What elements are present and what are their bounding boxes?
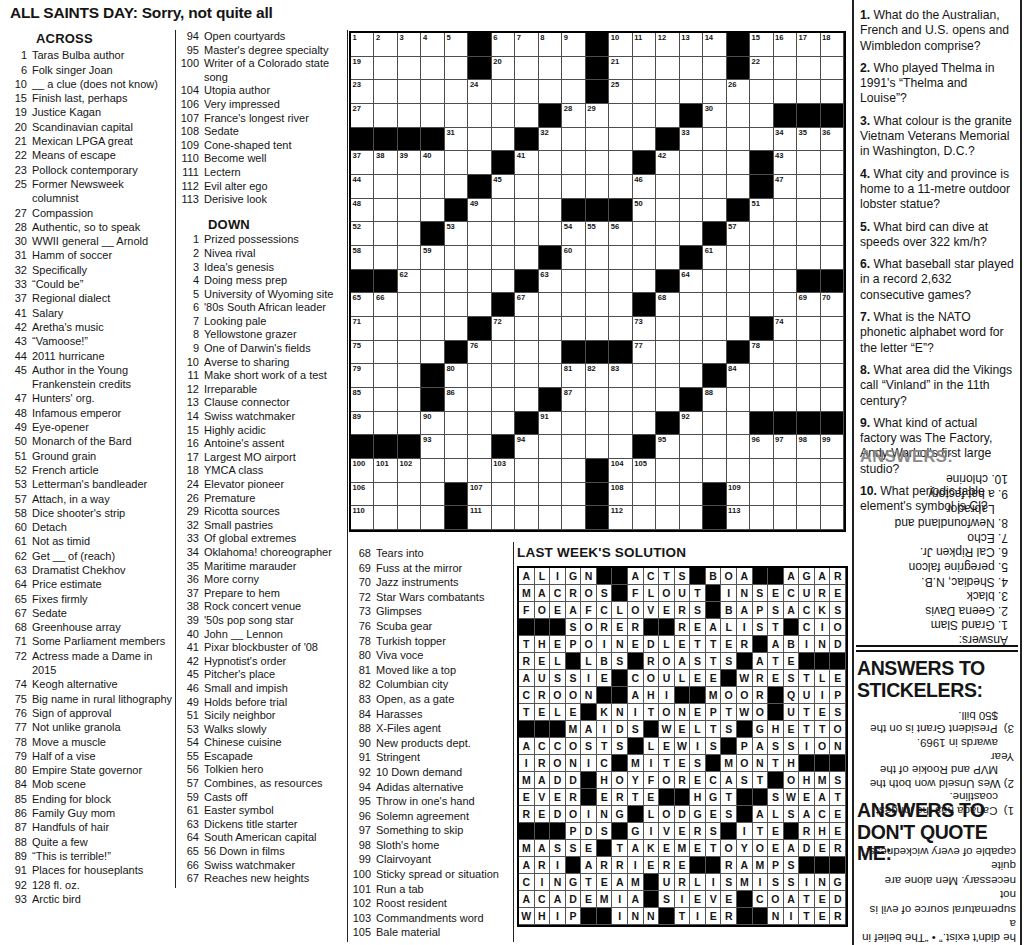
cell-r2c13[interactable] xyxy=(633,57,656,81)
cell-r4c11[interactable]: 29 xyxy=(586,104,609,128)
cell-r20c2[interactable] xyxy=(374,483,397,507)
cell-r4c4[interactable] xyxy=(421,104,444,128)
cell-r8c6[interactable]: 49 xyxy=(468,199,491,223)
cell-r3c2[interactable] xyxy=(374,80,397,104)
cell-r5c7[interactable] xyxy=(492,128,515,152)
cell-r13c7[interactable]: 72 xyxy=(492,317,515,341)
cell-r21c2[interactable] xyxy=(374,506,397,530)
cell-r15c15[interactable] xyxy=(680,364,703,388)
cell-r16c14[interactable] xyxy=(656,388,679,412)
cell-r21c17[interactable]: 113 xyxy=(727,506,750,530)
cell-r3c8[interactable] xyxy=(515,80,538,104)
cell-r8c16[interactable] xyxy=(703,199,726,223)
cell-r4c13[interactable] xyxy=(633,104,656,128)
cell-r1c9[interactable]: 8 xyxy=(539,33,562,57)
cell-r17c9[interactable]: 91 xyxy=(539,412,562,436)
cell-r6c9[interactable] xyxy=(539,151,562,175)
cell-r15c19[interactable] xyxy=(774,364,797,388)
cell-r4c17[interactable] xyxy=(727,104,750,128)
cell-r15c5[interactable]: 80 xyxy=(445,364,468,388)
cell-r5c12[interactable] xyxy=(609,128,632,152)
cell-r12c2[interactable]: 66 xyxy=(374,293,397,317)
cell-r10c6[interactable] xyxy=(468,246,491,270)
cell-r4c12[interactable] xyxy=(609,104,632,128)
cell-r20c6[interactable]: 107 xyxy=(468,483,491,507)
cell-r20c4[interactable] xyxy=(421,483,444,507)
cell-r6c16[interactable] xyxy=(703,151,726,175)
cell-r2c18[interactable]: 22 xyxy=(750,57,773,81)
cell-r10c13[interactable] xyxy=(633,246,656,270)
cell-r21c8[interactable] xyxy=(515,506,538,530)
cell-r5c9[interactable]: 32 xyxy=(539,128,562,152)
cell-r5c10[interactable] xyxy=(562,128,585,152)
cell-r8c9[interactable] xyxy=(539,199,562,223)
cell-r4c6[interactable] xyxy=(468,104,491,128)
cell-r11c10[interactable] xyxy=(562,270,585,294)
cell-r21c19[interactable] xyxy=(774,506,797,530)
cell-r1c8[interactable]: 7 xyxy=(515,33,538,57)
cell-r19c17[interactable] xyxy=(727,459,750,483)
cell-r3c14[interactable] xyxy=(656,80,679,104)
cell-r1c7[interactable]: 6 xyxy=(492,33,515,57)
cell-r7c2[interactable] xyxy=(374,175,397,199)
cell-r1c20[interactable]: 17 xyxy=(797,33,820,57)
cell-r1c15[interactable]: 13 xyxy=(680,33,703,57)
cell-r11c12[interactable] xyxy=(609,270,632,294)
cell-r2c4[interactable] xyxy=(421,57,444,81)
cell-r11c6[interactable] xyxy=(468,270,491,294)
cell-r18c15[interactable] xyxy=(680,435,703,459)
cell-r18c9[interactable] xyxy=(539,435,562,459)
cell-r3c4[interactable] xyxy=(421,80,444,104)
cell-r6c10[interactable] xyxy=(562,151,585,175)
cell-r9c11[interactable]: 55 xyxy=(586,222,609,246)
cell-r13c14[interactable] xyxy=(656,317,679,341)
cell-r15c3[interactable] xyxy=(398,364,421,388)
cell-r5c17[interactable] xyxy=(727,128,750,152)
cell-r11c5[interactable] xyxy=(445,270,468,294)
cell-r13c10[interactable] xyxy=(562,317,585,341)
cell-r13c16[interactable] xyxy=(703,317,726,341)
cell-r14c9[interactable] xyxy=(539,341,562,365)
cell-r3c9[interactable] xyxy=(539,80,562,104)
cell-r16c12[interactable] xyxy=(609,388,632,412)
cell-r9c9[interactable] xyxy=(539,222,562,246)
cell-r11c18[interactable] xyxy=(750,270,773,294)
cell-r15c12[interactable]: 83 xyxy=(609,364,632,388)
cell-r9c8[interactable] xyxy=(515,222,538,246)
cell-r2c21[interactable] xyxy=(821,57,844,81)
cell-r8c2[interactable] xyxy=(374,199,397,223)
cell-r9c18[interactable] xyxy=(750,222,773,246)
cell-r13c2[interactable] xyxy=(374,317,397,341)
cell-r19c10[interactable] xyxy=(562,459,585,483)
cell-r11c19[interactable] xyxy=(774,270,797,294)
cell-r9c7[interactable] xyxy=(492,222,515,246)
cell-r4c5[interactable] xyxy=(445,104,468,128)
cell-r10c8[interactable] xyxy=(515,246,538,270)
cell-r14c13[interactable]: 77 xyxy=(633,341,656,365)
cell-r13c4[interactable] xyxy=(421,317,444,341)
cell-r13c8[interactable] xyxy=(515,317,538,341)
cell-r11c7[interactable] xyxy=(492,270,515,294)
cell-r2c19[interactable] xyxy=(774,57,797,81)
cell-r5c11[interactable] xyxy=(586,128,609,152)
cell-r7c4[interactable] xyxy=(421,175,444,199)
cell-r3c21[interactable] xyxy=(821,80,844,104)
cell-r1c10[interactable]: 9 xyxy=(562,33,585,57)
cell-r19c5[interactable] xyxy=(445,459,468,483)
cell-r4c1[interactable]: 27 xyxy=(351,104,374,128)
cell-r7c20[interactable] xyxy=(797,175,820,199)
cell-r14c4[interactable] xyxy=(421,341,444,365)
cell-r21c13[interactable] xyxy=(633,506,656,530)
cell-r3c15[interactable] xyxy=(680,80,703,104)
cell-r2c7[interactable]: 20 xyxy=(492,57,515,81)
cell-r20c13[interactable] xyxy=(633,483,656,507)
cell-r12c12[interactable] xyxy=(609,293,632,317)
cell-r14c6[interactable]: 76 xyxy=(468,341,491,365)
cell-r9c3[interactable] xyxy=(398,222,421,246)
cell-r19c13[interactable]: 105 xyxy=(633,459,656,483)
cell-r14c8[interactable] xyxy=(515,341,538,365)
cell-r17c13[interactable] xyxy=(633,412,656,436)
cell-r7c5[interactable] xyxy=(445,175,468,199)
cell-r6c21[interactable] xyxy=(821,151,844,175)
cell-r15c7[interactable] xyxy=(492,364,515,388)
cell-r14c3[interactable] xyxy=(398,341,421,365)
cell-r1c13[interactable]: 11 xyxy=(633,33,656,57)
cell-r6c19[interactable]: 43 xyxy=(774,151,797,175)
cell-r18c4[interactable]: 93 xyxy=(421,435,444,459)
cell-r19c12[interactable]: 104 xyxy=(609,459,632,483)
cell-r5c15[interactable]: 33 xyxy=(680,128,703,152)
cell-r14c2[interactable] xyxy=(374,341,397,365)
cell-r10c20[interactable] xyxy=(797,246,820,270)
cell-r16c13[interactable] xyxy=(633,388,656,412)
cell-r1c1[interactable]: 1 xyxy=(351,33,374,57)
cell-r13c13[interactable]: 73 xyxy=(633,317,656,341)
cell-r12c8[interactable]: 67 xyxy=(515,293,538,317)
cell-r5c13[interactable] xyxy=(633,128,656,152)
crossword-grid[interactable]: 1234567891011121314151617181920212223242… xyxy=(349,31,846,532)
cell-r7c15[interactable] xyxy=(680,175,703,199)
cell-r13c5[interactable] xyxy=(445,317,468,341)
cell-r2c1[interactable]: 19 xyxy=(351,57,374,81)
cell-r19c15[interactable] xyxy=(680,459,703,483)
cell-r3c20[interactable] xyxy=(797,80,820,104)
cell-r21c1[interactable]: 110 xyxy=(351,506,374,530)
cell-r9c15[interactable] xyxy=(680,222,703,246)
cell-r20c3[interactable] xyxy=(398,483,421,507)
cell-r20c20[interactable] xyxy=(797,483,820,507)
cell-r21c9[interactable] xyxy=(539,506,562,530)
cell-r14c21[interactable] xyxy=(821,341,844,365)
cell-r18c8[interactable]: 94 xyxy=(515,435,538,459)
cell-r15c18[interactable] xyxy=(750,364,773,388)
cell-r20c9[interactable] xyxy=(539,483,562,507)
cell-r20c10[interactable] xyxy=(562,483,585,507)
cell-r9c13[interactable] xyxy=(633,222,656,246)
cell-r8c1[interactable]: 48 xyxy=(351,199,374,223)
cell-r4c7[interactable] xyxy=(492,104,515,128)
cell-r21c4[interactable] xyxy=(421,506,444,530)
cell-r17c16[interactable] xyxy=(703,412,726,436)
cell-r12c3[interactable] xyxy=(398,293,421,317)
cell-r2c15[interactable] xyxy=(680,57,703,81)
cell-r2c20[interactable] xyxy=(797,57,820,81)
cell-r18c10[interactable] xyxy=(562,435,585,459)
cell-r21c6[interactable]: 111 xyxy=(468,506,491,530)
cell-r10c11[interactable] xyxy=(586,246,609,270)
cell-r2c5[interactable] xyxy=(445,57,468,81)
cell-r17c2[interactable] xyxy=(374,412,397,436)
cell-r7c14[interactable] xyxy=(656,175,679,199)
cell-r7c16[interactable] xyxy=(703,175,726,199)
cell-r15c1[interactable]: 79 xyxy=(351,364,374,388)
cell-r20c18[interactable] xyxy=(750,483,773,507)
cell-r11c3[interactable]: 62 xyxy=(398,270,421,294)
cell-r13c11[interactable] xyxy=(586,317,609,341)
cell-r2c2[interactable] xyxy=(374,57,397,81)
cell-r15c17[interactable]: 84 xyxy=(727,364,750,388)
cell-r3c19[interactable] xyxy=(774,80,797,104)
cell-r11c17[interactable] xyxy=(727,270,750,294)
cell-r14c18[interactable]: 78 xyxy=(750,341,773,365)
cell-r6c11[interactable] xyxy=(586,151,609,175)
cell-r5c16[interactable] xyxy=(703,128,726,152)
cell-r9c21[interactable] xyxy=(821,222,844,246)
cell-r1c12[interactable]: 10 xyxy=(609,33,632,57)
cell-r18c14[interactable]: 95 xyxy=(656,435,679,459)
cell-r4c14[interactable] xyxy=(656,104,679,128)
cell-r20c14[interactable] xyxy=(656,483,679,507)
cell-r2c8[interactable] xyxy=(515,57,538,81)
cell-r14c15[interactable] xyxy=(680,341,703,365)
cell-r9c20[interactable] xyxy=(797,222,820,246)
cell-r8c7[interactable] xyxy=(492,199,515,223)
cell-r5c20[interactable]: 35 xyxy=(797,128,820,152)
cell-r21c21[interactable] xyxy=(821,506,844,530)
cell-r12c4[interactable] xyxy=(421,293,444,317)
cell-r8c19[interactable] xyxy=(774,199,797,223)
cell-r10c1[interactable]: 58 xyxy=(351,246,374,270)
cell-r6c3[interactable]: 39 xyxy=(398,151,421,175)
cell-r12c9[interactable] xyxy=(539,293,562,317)
cell-r13c9[interactable] xyxy=(539,317,562,341)
cell-r15c8[interactable] xyxy=(515,364,538,388)
cell-r8c13[interactable]: 50 xyxy=(633,199,656,223)
cell-r13c20[interactable] xyxy=(797,317,820,341)
cell-r17c3[interactable] xyxy=(398,412,421,436)
cell-r16c5[interactable]: 86 xyxy=(445,388,468,412)
cell-r16c1[interactable]: 85 xyxy=(351,388,374,412)
cell-r21c15[interactable] xyxy=(680,506,703,530)
cell-r5c5[interactable]: 31 xyxy=(445,128,468,152)
cell-r13c17[interactable] xyxy=(727,317,750,341)
cell-r4c10[interactable]: 28 xyxy=(562,104,585,128)
cell-r5c18[interactable] xyxy=(750,128,773,152)
cell-r18c21[interactable]: 99 xyxy=(821,435,844,459)
cell-r7c13[interactable]: 46 xyxy=(633,175,656,199)
cell-r2c9[interactable] xyxy=(539,57,562,81)
cell-r17c10[interactable] xyxy=(562,412,585,436)
cell-r2c10[interactable] xyxy=(562,57,585,81)
cell-r17c4[interactable]: 90 xyxy=(421,412,444,436)
cell-r2c12[interactable]: 21 xyxy=(609,57,632,81)
cell-r19c21[interactable] xyxy=(821,459,844,483)
cell-r3c6[interactable]: 24 xyxy=(468,80,491,104)
cell-r12c20[interactable]: 69 xyxy=(797,293,820,317)
cell-r19c4[interactable] xyxy=(421,459,444,483)
cell-r19c14[interactable] xyxy=(656,459,679,483)
cell-r13c1[interactable]: 71 xyxy=(351,317,374,341)
cell-r15c20[interactable] xyxy=(797,364,820,388)
cell-r3c13[interactable] xyxy=(633,80,656,104)
cell-r16c20[interactable] xyxy=(797,388,820,412)
cell-r9c12[interactable]: 56 xyxy=(609,222,632,246)
cell-r6c2[interactable]: 38 xyxy=(374,151,397,175)
cell-r1c5[interactable]: 5 xyxy=(445,33,468,57)
cell-r7c8[interactable] xyxy=(515,175,538,199)
cell-r16c16[interactable]: 88 xyxy=(703,388,726,412)
cell-r20c17[interactable]: 109 xyxy=(727,483,750,507)
cell-r11c16[interactable] xyxy=(703,270,726,294)
cell-r7c3[interactable] xyxy=(398,175,421,199)
cell-r20c12[interactable]: 108 xyxy=(609,483,632,507)
cell-r1c3[interactable]: 3 xyxy=(398,33,421,57)
cell-r13c19[interactable]: 74 xyxy=(774,317,797,341)
cell-r1c18[interactable]: 15 xyxy=(750,33,773,57)
cell-r20c19[interactable] xyxy=(774,483,797,507)
cell-r20c21[interactable] xyxy=(821,483,844,507)
cell-r10c18[interactable] xyxy=(750,246,773,270)
cell-r12c19[interactable] xyxy=(774,293,797,317)
cell-r11c4[interactable] xyxy=(421,270,444,294)
cell-r3c1[interactable]: 23 xyxy=(351,80,374,104)
cell-r18c6[interactable] xyxy=(468,435,491,459)
cell-r12c17[interactable] xyxy=(727,293,750,317)
cell-r17c1[interactable]: 89 xyxy=(351,412,374,436)
cell-r4c8[interactable] xyxy=(515,104,538,128)
cell-r3c7[interactable] xyxy=(492,80,515,104)
cell-r19c7[interactable]: 103 xyxy=(492,459,515,483)
cell-r12c18[interactable] xyxy=(750,293,773,317)
cell-r21c20[interactable] xyxy=(797,506,820,530)
cell-r8c20[interactable] xyxy=(797,199,820,223)
cell-r9c1[interactable]: 52 xyxy=(351,222,374,246)
cell-r8c21[interactable] xyxy=(821,199,844,223)
cell-r10c2[interactable] xyxy=(374,246,397,270)
cell-r19c16[interactable] xyxy=(703,459,726,483)
cell-r2c16[interactable] xyxy=(703,57,726,81)
cell-r12c5[interactable] xyxy=(445,293,468,317)
cell-r10c5[interactable] xyxy=(445,246,468,270)
cell-r3c17[interactable]: 26 xyxy=(727,80,750,104)
cell-r8c14[interactable] xyxy=(656,199,679,223)
cell-r19c20[interactable] xyxy=(797,459,820,483)
cell-r11c9[interactable]: 63 xyxy=(539,270,562,294)
cell-r4c3[interactable] xyxy=(398,104,421,128)
cell-r6c4[interactable]: 40 xyxy=(421,151,444,175)
cell-r18c18[interactable]: 96 xyxy=(750,435,773,459)
cell-r8c8[interactable] xyxy=(515,199,538,223)
cell-r7c10[interactable] xyxy=(562,175,585,199)
cell-r8c4[interactable] xyxy=(421,199,444,223)
cell-r7c19[interactable]: 47 xyxy=(774,175,797,199)
cell-r4c18[interactable] xyxy=(750,104,773,128)
cell-r6c20[interactable] xyxy=(797,151,820,175)
cell-r11c13[interactable] xyxy=(633,270,656,294)
cell-r13c12[interactable] xyxy=(609,317,632,341)
cell-r1c21[interactable]: 18 xyxy=(821,33,844,57)
cell-r3c16[interactable] xyxy=(703,80,726,104)
cell-r7c21[interactable] xyxy=(821,175,844,199)
cell-r7c11[interactable] xyxy=(586,175,609,199)
cell-r10c17[interactable] xyxy=(727,246,750,270)
cell-r12c16[interactable] xyxy=(703,293,726,317)
cell-r6c17[interactable] xyxy=(727,151,750,175)
cell-r15c14[interactable] xyxy=(656,364,679,388)
cell-r9c17[interactable]: 57 xyxy=(727,222,750,246)
cell-r7c17[interactable] xyxy=(727,175,750,199)
cell-r14c16[interactable] xyxy=(703,341,726,365)
cell-r16c17[interactable] xyxy=(727,388,750,412)
cell-r20c1[interactable]: 106 xyxy=(351,483,374,507)
cell-r18c17[interactable] xyxy=(727,435,750,459)
cell-r9c10[interactable]: 54 xyxy=(562,222,585,246)
cell-r12c15[interactable] xyxy=(680,293,703,317)
cell-r1c4[interactable]: 4 xyxy=(421,33,444,57)
cell-r12c11[interactable] xyxy=(586,293,609,317)
cell-r20c7[interactable] xyxy=(492,483,515,507)
cell-r8c3[interactable] xyxy=(398,199,421,223)
cell-r13c15[interactable] xyxy=(680,317,703,341)
cell-r9c2[interactable] xyxy=(374,222,397,246)
cell-r8c18[interactable]: 51 xyxy=(750,199,773,223)
cell-r13c3[interactable] xyxy=(398,317,421,341)
cell-r17c17[interactable] xyxy=(727,412,750,436)
cell-r16c11[interactable] xyxy=(586,388,609,412)
cell-r14c20[interactable] xyxy=(797,341,820,365)
cell-r9c14[interactable] xyxy=(656,222,679,246)
cell-r15c21[interactable] xyxy=(821,364,844,388)
cell-r18c11[interactable] xyxy=(586,435,609,459)
cell-r17c15[interactable]: 92 xyxy=(680,412,703,436)
cell-r16c7[interactable] xyxy=(492,388,515,412)
cell-r1c19[interactable]: 16 xyxy=(774,33,797,57)
cell-r20c8[interactable] xyxy=(515,483,538,507)
cell-r21c10[interactable] xyxy=(562,506,585,530)
cell-r18c5[interactable] xyxy=(445,435,468,459)
cell-r11c11[interactable] xyxy=(586,270,609,294)
cell-r10c4[interactable]: 59 xyxy=(421,246,444,270)
cell-r2c3[interactable] xyxy=(398,57,421,81)
cell-r16c19[interactable] xyxy=(774,388,797,412)
cell-r21c14[interactable] xyxy=(656,506,679,530)
cell-r7c7[interactable]: 45 xyxy=(492,175,515,199)
cell-r6c14[interactable]: 42 xyxy=(656,151,679,175)
cell-r12c1[interactable]: 65 xyxy=(351,293,374,317)
cell-r5c19[interactable]: 34 xyxy=(774,128,797,152)
cell-r10c21[interactable] xyxy=(821,246,844,270)
cell-r17c5[interactable] xyxy=(445,412,468,436)
cell-r17c11[interactable] xyxy=(586,412,609,436)
cell-r16c2[interactable] xyxy=(374,388,397,412)
cell-r19c8[interactable] xyxy=(515,459,538,483)
cell-r15c10[interactable]: 81 xyxy=(562,364,585,388)
cell-r10c3[interactable] xyxy=(398,246,421,270)
